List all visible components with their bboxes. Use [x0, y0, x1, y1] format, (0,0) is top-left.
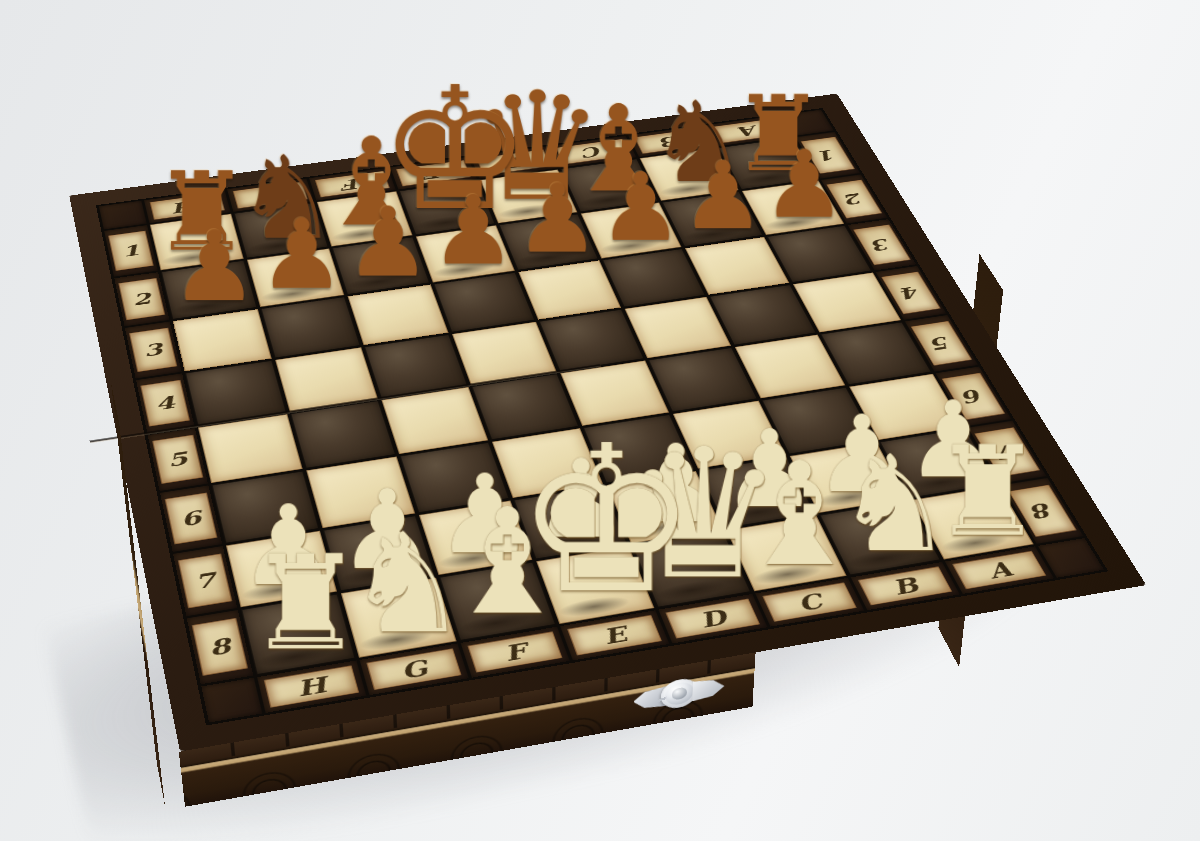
- piece-brown-pawn: ♟: [345, 199, 431, 287]
- coordinate-label: 1: [108, 230, 154, 271]
- chess-board: HGFEDCBA1♜♞♝♚♛♝♞♜12♟♟♟♟♟♟♟♟2334455667♟♟♟…: [69, 94, 1146, 752]
- coordinate-label: 7: [178, 553, 233, 609]
- coordinate-label: 5: [152, 434, 204, 484]
- piece-brown-pawn: ♟: [259, 211, 346, 300]
- rank-label-left: 3: [125, 322, 182, 379]
- coordinate-label: 5: [911, 321, 972, 366]
- rank-label-left: 1: [104, 225, 158, 277]
- rank-label-right: 5: [905, 315, 978, 371]
- piece-brown-pawn: ♟: [763, 142, 847, 228]
- square-d3: [518, 260, 621, 319]
- coordinate-label: 6: [164, 492, 217, 545]
- coordinate-label: 3: [129, 327, 178, 372]
- photo-backdrop: HGFEDCBA1♜♞♝♚♛♝♞♜12♟♟♟♟♟♟♟♟2334455667♟♟♟…: [0, 0, 1200, 841]
- rank-label-left: 4: [136, 373, 194, 433]
- coordinate-label: G: [367, 648, 462, 690]
- coordinate-label: A: [952, 551, 1046, 590]
- square-f2: ♟: [332, 237, 430, 295]
- piece-cream-rook: ♜: [247, 544, 364, 664]
- piece-brown-pawn: ♟: [681, 153, 765, 239]
- coordinate-label: 8: [191, 618, 248, 677]
- frame-corner: [201, 678, 262, 723]
- rank-label-left: 2: [114, 272, 169, 326]
- coordinate-label: F: [468, 631, 563, 672]
- piece-brown-pawn: ♟: [431, 187, 517, 275]
- piece-brown-pawn: ♟: [171, 222, 258, 311]
- rank-label-left: 5: [148, 428, 208, 491]
- coordinate-label: 4: [140, 380, 190, 427]
- square-h8: ♜: [241, 594, 356, 675]
- coordinate-label: 2: [118, 278, 165, 321]
- rank-label-right: 4: [876, 266, 947, 320]
- rank-label-left: 6: [160, 485, 222, 551]
- coordinate-label: B: [858, 566, 952, 605]
- square-h2: ♟: [161, 260, 257, 319]
- piece-brown-pawn: ♟: [515, 176, 600, 263]
- coordinate-label: H: [264, 665, 359, 708]
- file-label-bottom: A: [945, 546, 1054, 593]
- clasp-right-wing: [691, 676, 724, 701]
- piece-brown-pawn: ♟: [599, 164, 683, 251]
- square-g2: ♟: [247, 248, 344, 307]
- coordinate-label: E: [567, 615, 662, 656]
